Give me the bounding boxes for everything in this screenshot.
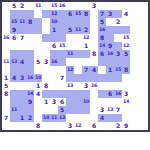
sudoku-board: 5211151631261587341511810529151121616671… xyxy=(0,0,150,132)
cell-r16c16[interactable]: 9 xyxy=(122,122,130,130)
